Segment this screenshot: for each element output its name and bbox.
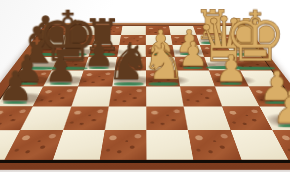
- dark-pawn: ♟: [0, 67, 33, 106]
- square-f6: [71, 87, 112, 106]
- square-h4: [146, 130, 193, 160]
- square-e2: ♟: [209, 70, 249, 86]
- perspective-scene: ♜♝♞♜♟♟♜♝♚♟♟♛♚♟♟♞♞♟♟♟♟: [0, 0, 290, 172]
- light-pawn: ♟: [272, 86, 290, 129]
- chess-board: ♜♝♞♜♟♟♜♝♚♟♟♛♚♟♟♞♞♟♟♟♟: [0, 23, 290, 170]
- square-g6: [63, 106, 109, 130]
- square-g4: [146, 106, 188, 130]
- square-e4: ♞: [146, 70, 180, 86]
- square-h5: [99, 130, 146, 160]
- dark-pawn: ♟: [44, 51, 77, 86]
- square-e7: ♟: [43, 70, 83, 86]
- board-frame: ♜♝♞♜♟♟♜♝♚♟♟♛♚♟♟♞♞♟♟♟♟: [0, 23, 290, 170]
- square-f4: [146, 87, 184, 106]
- light-pawn: ♟: [215, 51, 248, 86]
- square-g5: [104, 106, 146, 130]
- board-grid: ♜♝♞♜♟♟♜♝♚♟♟♛♚♟♟♞♞♟♟♟♟: [0, 26, 290, 163]
- square-f5: [109, 87, 147, 106]
- square-h6: [52, 130, 104, 160]
- chess-photo-stage: ♜♝♞♜♟♟♜♝♚♟♟♛♚♟♟♞♞♟♟♟♟: [0, 0, 290, 172]
- light-knight: ♞: [141, 38, 186, 86]
